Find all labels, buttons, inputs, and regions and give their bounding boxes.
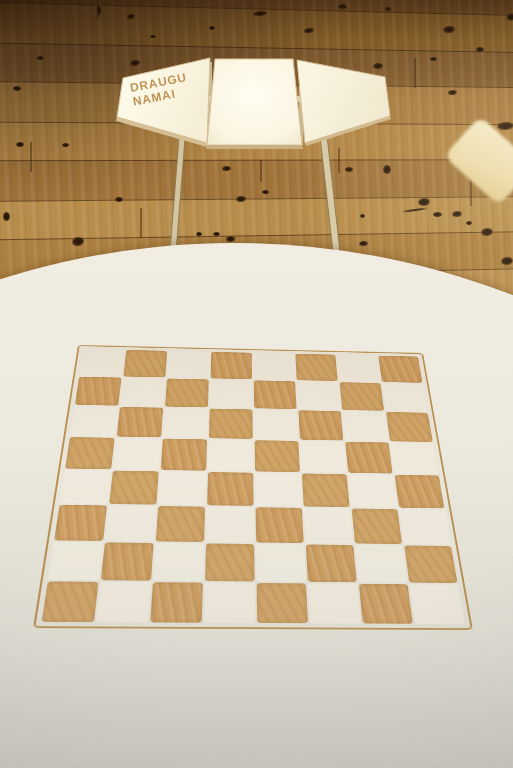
square-d3 <box>206 507 254 543</box>
square-g4 <box>348 474 397 508</box>
square-f5 <box>300 441 346 473</box>
square-h7 <box>382 383 427 412</box>
square-c8 <box>167 351 210 378</box>
square-a3 <box>54 505 107 541</box>
square-g7 <box>340 382 385 411</box>
square-d1 <box>204 583 255 623</box>
square-g3 <box>352 509 402 544</box>
square-a8 <box>79 349 124 377</box>
square-h5 <box>390 443 438 475</box>
square-a1 <box>42 581 99 622</box>
sign-panel-right <box>297 60 390 143</box>
square-f8 <box>295 354 337 381</box>
square-b2 <box>101 542 154 580</box>
square-b5 <box>113 438 161 470</box>
square-b8 <box>123 350 167 377</box>
square-g6 <box>342 411 388 441</box>
square-e3 <box>256 507 304 543</box>
square-f1 <box>308 583 361 623</box>
square-c1 <box>150 582 203 622</box>
square-f6 <box>298 410 343 440</box>
square-h1 <box>410 584 465 624</box>
game-board <box>33 345 473 630</box>
square-e1 <box>257 583 308 623</box>
square-b4 <box>109 471 158 505</box>
square-e5 <box>255 440 300 472</box>
square-e7 <box>254 380 297 409</box>
square-d5 <box>208 439 253 471</box>
square-g1 <box>359 584 413 624</box>
square-h8 <box>378 356 422 383</box>
square-e6 <box>254 409 298 439</box>
square-f3 <box>304 508 353 544</box>
square-c3 <box>156 506 205 542</box>
square-e8 <box>253 353 295 380</box>
square-f4 <box>302 473 350 507</box>
square-c7 <box>165 379 209 408</box>
square-d8 <box>211 352 253 379</box>
square-a4 <box>60 470 111 504</box>
square-h4 <box>395 475 445 508</box>
square-b3 <box>105 505 156 541</box>
sign-panel-center <box>207 59 302 145</box>
square-g2 <box>355 545 407 583</box>
square-c6 <box>163 408 208 438</box>
square-d7 <box>210 379 253 408</box>
square-c5 <box>161 439 207 471</box>
square-c2 <box>153 543 204 581</box>
square-h3 <box>399 509 450 544</box>
square-b1 <box>96 582 151 623</box>
square-e4 <box>255 473 302 507</box>
square-b7 <box>120 378 165 407</box>
square-f7 <box>297 381 341 410</box>
board-grid <box>42 349 465 624</box>
square-g5 <box>345 442 392 474</box>
square-c4 <box>158 471 206 505</box>
square-d2 <box>205 543 255 581</box>
square-h6 <box>386 412 433 442</box>
square-a5 <box>65 437 115 469</box>
square-d4 <box>207 472 254 506</box>
square-f2 <box>306 544 357 582</box>
square-d6 <box>209 409 253 439</box>
square-e2 <box>256 544 306 582</box>
sign-panel-center-edge <box>206 145 303 149</box>
square-a2 <box>48 542 103 580</box>
photo-stage: DRAUGU NAMAI <box>0 0 513 768</box>
square-g8 <box>337 355 380 382</box>
square-h2 <box>404 545 457 582</box>
square-a6 <box>70 406 118 437</box>
square-b6 <box>117 407 164 437</box>
square-a7 <box>75 377 122 406</box>
